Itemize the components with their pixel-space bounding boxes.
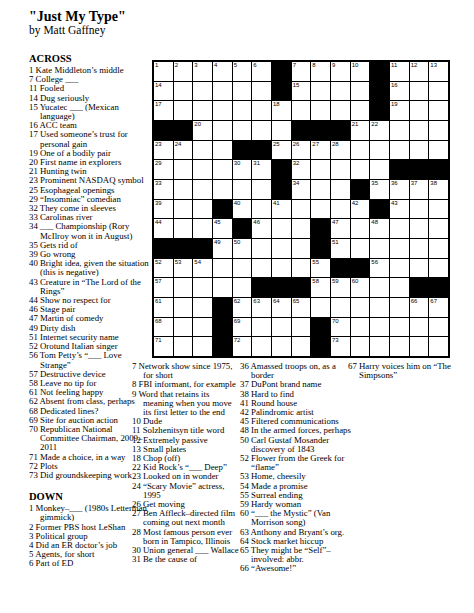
cell-number: 13 bbox=[430, 62, 437, 69]
clue-text: Did groundskeeping work bbox=[40, 470, 132, 480]
cell-r3c3[interactable] bbox=[193, 101, 212, 120]
cell-number: 24 bbox=[175, 141, 182, 148]
cell-r12c1[interactable]: 57 bbox=[154, 278, 173, 297]
cell-r8c3[interactable] bbox=[193, 200, 212, 219]
cell-number: 60 bbox=[352, 278, 359, 285]
cell-r2c4[interactable] bbox=[213, 82, 232, 101]
cell-r15c10[interactable]: 73 bbox=[331, 337, 350, 356]
down-clue-52: 52 Flower from the Greek for “flame” bbox=[240, 454, 353, 472]
cell-r7c4[interactable] bbox=[213, 180, 232, 199]
down-clue-50: 50 Carl Gustaf Mosander discovery of 184… bbox=[240, 436, 353, 454]
cell-r3c1[interactable]: 17 bbox=[154, 101, 173, 120]
cell-number: 9 bbox=[332, 62, 335, 69]
clue-text: They might be “Self”–involved: abbr. bbox=[251, 545, 331, 564]
clue-number: 24 bbox=[132, 481, 141, 491]
cell-r6c10[interactable] bbox=[331, 160, 350, 179]
black-cell-r5c6 bbox=[252, 141, 271, 160]
cell-number: 1 bbox=[155, 62, 158, 69]
cell-r8c13[interactable]: 43 bbox=[390, 200, 409, 219]
cell-r14c15[interactable] bbox=[429, 318, 448, 337]
cell-r7c6[interactable] bbox=[252, 180, 271, 199]
cell-r3c14[interactable] bbox=[410, 101, 429, 120]
clue-text: ___ Championship (Rory McIlroy won it in… bbox=[40, 221, 132, 240]
cell-r3c15[interactable] bbox=[429, 101, 448, 120]
cell-number: 67 bbox=[430, 298, 437, 305]
clue-text: Amassed troops on, as a border bbox=[251, 361, 336, 380]
cell-r1c9[interactable]: 8 bbox=[311, 62, 330, 81]
clue-text: Republican National Committee Chairman, … bbox=[40, 424, 142, 452]
cell-r10c7[interactable] bbox=[272, 239, 291, 258]
cell-r11c2[interactable]: 53 bbox=[174, 259, 193, 278]
clue-text: Yucatec ___ (Mexican language) bbox=[40, 102, 119, 121]
clue-number: 28 bbox=[132, 527, 141, 537]
cell-r12c9[interactable]: 58 bbox=[311, 278, 330, 297]
down-clue-9: 9 Word that retains its meaning when you… bbox=[132, 390, 239, 418]
clue-number: 36 bbox=[240, 361, 249, 371]
down-clue-27: 27 Ben Affleck–directed film coming out … bbox=[132, 509, 239, 527]
clue-text: Word that retains its meaning when you m… bbox=[138, 389, 231, 417]
down-clue-list-2: 7 Network show since 1975, for short8 FB… bbox=[132, 362, 239, 564]
cell-r14c10[interactable]: 70 bbox=[331, 318, 350, 337]
cell-r1c14[interactable]: 12 bbox=[410, 62, 429, 81]
clue-text: Used someone’s trust for personal gain bbox=[40, 129, 128, 148]
cell-r2c10[interactable] bbox=[331, 82, 350, 101]
cell-r3c10[interactable] bbox=[331, 101, 350, 120]
cell-r14c8[interactable] bbox=[292, 318, 311, 337]
across-clue-15: 15 Yucatec ___ (Mexican language) bbox=[29, 103, 150, 121]
black-cell-r4c2 bbox=[174, 121, 193, 140]
cell-number: 36 bbox=[391, 180, 398, 187]
down-clue-24: 24 “Scary Movie” actress, 1995 bbox=[132, 482, 239, 500]
cell-r13c7[interactable]: 64 bbox=[272, 298, 291, 317]
black-cell-r11c10 bbox=[331, 259, 350, 278]
cell-r14c5[interactable]: 69 bbox=[233, 318, 252, 337]
cell-r8c5[interactable]: 40 bbox=[233, 200, 252, 219]
cell-r13c9[interactable] bbox=[311, 298, 330, 317]
down-clue-list-4: 67 Harry voices him on “The Simpsons” bbox=[348, 362, 468, 380]
cell-r14c11[interactable] bbox=[351, 318, 370, 337]
cell-r10c14[interactable] bbox=[410, 239, 429, 258]
cell-r4c13[interactable] bbox=[390, 121, 409, 140]
cell-r13c12[interactable] bbox=[370, 298, 389, 317]
cell-r15c1[interactable]: 71 bbox=[154, 337, 173, 356]
black-cell-r8c4 bbox=[213, 200, 232, 219]
cell-r9c10[interactable]: 47 bbox=[331, 219, 350, 238]
black-cell-r13c4 bbox=[213, 298, 232, 317]
cell-r1c10[interactable]: 9 bbox=[331, 62, 350, 81]
cell-r11c8[interactable] bbox=[292, 259, 311, 278]
cell-number: 2 bbox=[175, 62, 178, 69]
cell-r11c9[interactable]: 55 bbox=[311, 259, 330, 278]
cell-r14c6[interactable] bbox=[252, 318, 271, 337]
cell-number: 8 bbox=[312, 62, 315, 69]
cell-r6c5[interactable]: 30 bbox=[233, 160, 252, 179]
cell-r13c13[interactable] bbox=[390, 298, 409, 317]
cell-r11c7[interactable] bbox=[272, 259, 291, 278]
cell-r2c2[interactable] bbox=[174, 82, 193, 101]
clue-text: “Scary Movie” actress, 1995 bbox=[143, 481, 224, 500]
cell-r12c12[interactable] bbox=[370, 278, 389, 297]
cell-r6c12[interactable] bbox=[370, 160, 389, 179]
down-clue-66: 66 “Awesome!” bbox=[240, 564, 353, 573]
cell-number: 41 bbox=[273, 200, 280, 207]
black-cell-r7c7 bbox=[272, 180, 291, 199]
cell-r8c1[interactable]: 39 bbox=[154, 200, 173, 219]
cell-number: 61 bbox=[155, 298, 162, 305]
cell-r11c15[interactable] bbox=[429, 259, 448, 278]
cell-r1c4[interactable]: 4 bbox=[213, 62, 232, 81]
cell-r6c2[interactable] bbox=[174, 160, 193, 179]
cell-number: 73 bbox=[332, 337, 339, 344]
cell-r6c6[interactable]: 31 bbox=[252, 160, 271, 179]
cell-r7c5[interactable] bbox=[233, 180, 252, 199]
cell-r1c2[interactable]: 2 bbox=[174, 62, 193, 81]
cell-r3c6[interactable] bbox=[252, 101, 271, 120]
cell-r13c10[interactable] bbox=[331, 298, 350, 317]
cell-r4c12[interactable]: 22 bbox=[370, 121, 389, 140]
cell-r11c5[interactable] bbox=[233, 259, 252, 278]
cell-r13c6[interactable]: 63 bbox=[252, 298, 271, 317]
cell-r10c12[interactable] bbox=[370, 239, 389, 258]
clue-number: 17 bbox=[29, 129, 38, 139]
cell-r3c9[interactable] bbox=[311, 101, 330, 120]
cell-number: 27 bbox=[312, 141, 319, 148]
cell-r6c3[interactable] bbox=[193, 160, 212, 179]
cell-r6c1[interactable]: 29 bbox=[154, 160, 173, 179]
cell-r14c2[interactable] bbox=[174, 318, 193, 337]
cell-r5c15[interactable] bbox=[429, 141, 448, 160]
cell-r12c3[interactable] bbox=[193, 278, 212, 297]
cell-r15c11[interactable] bbox=[351, 337, 370, 356]
cell-r15c6[interactable] bbox=[252, 337, 271, 356]
cell-r14c14[interactable] bbox=[410, 318, 429, 337]
clue-number: 56 bbox=[29, 350, 38, 360]
cell-r4c11[interactable]: 21 bbox=[351, 121, 370, 140]
cell-r7c9[interactable] bbox=[311, 180, 330, 199]
cell-r9c13[interactable] bbox=[390, 219, 409, 238]
cell-r2c1[interactable]: 14 bbox=[154, 82, 173, 101]
cell-r7c3[interactable] bbox=[193, 180, 212, 199]
cell-r8c14[interactable] bbox=[410, 200, 429, 219]
cell-r9c6[interactable]: 46 bbox=[252, 219, 271, 238]
cell-r13c8[interactable]: 65 bbox=[292, 298, 311, 317]
cell-r2c14[interactable] bbox=[410, 82, 429, 101]
cell-r12c2[interactable] bbox=[174, 278, 193, 297]
cell-r6c9[interactable] bbox=[311, 160, 330, 179]
cell-r7c2[interactable] bbox=[174, 180, 193, 199]
clue-number: 40 bbox=[29, 258, 38, 268]
cell-number: 59 bbox=[332, 278, 339, 285]
cell-number: 62 bbox=[234, 298, 241, 305]
cell-r8c2[interactable] bbox=[174, 200, 193, 219]
cell-number: 6 bbox=[253, 62, 256, 69]
cell-number: 29 bbox=[155, 160, 162, 167]
cell-r15c7[interactable] bbox=[272, 337, 291, 356]
cell-r5c4[interactable] bbox=[213, 141, 232, 160]
cell-r1c1[interactable]: 1 bbox=[154, 62, 173, 81]
cell-number: 51 bbox=[332, 239, 339, 246]
clue-number: 43 bbox=[29, 277, 38, 287]
cell-r1c6[interactable]: 6 bbox=[252, 62, 271, 81]
cell-r3c8[interactable] bbox=[292, 101, 311, 120]
clue-number: 31 bbox=[132, 554, 141, 564]
cell-r5c8[interactable]: 26 bbox=[292, 141, 311, 160]
cell-r9c14[interactable] bbox=[410, 219, 429, 238]
cell-r15c5[interactable]: 72 bbox=[233, 337, 252, 356]
cell-r7c13[interactable]: 36 bbox=[390, 180, 409, 199]
cell-r7c15[interactable]: 38 bbox=[429, 180, 448, 199]
black-cell-r12c6 bbox=[252, 278, 271, 297]
cell-number: 11 bbox=[391, 62, 397, 69]
cell-r5c13[interactable] bbox=[390, 141, 409, 160]
clue-text: “Awesome!” bbox=[251, 563, 296, 573]
clue-text: Tom Petty’s “___ Love Strange” bbox=[40, 350, 122, 369]
cell-number: 46 bbox=[253, 219, 260, 226]
cell-r11c4[interactable] bbox=[213, 259, 232, 278]
clue-column-2: 7 Network show since 1975, for short8 FB… bbox=[132, 362, 239, 564]
down-clue-67: 67 Harry voices him on “The Simpsons” bbox=[348, 362, 468, 380]
cell-r5c7[interactable]: 25 bbox=[272, 141, 291, 160]
cell-r2c15[interactable] bbox=[429, 82, 448, 101]
cell-r5c9[interactable]: 27 bbox=[311, 141, 330, 160]
black-cell-r10c2 bbox=[174, 239, 193, 258]
cell-number: 56 bbox=[371, 259, 378, 266]
cell-number: 14 bbox=[155, 82, 162, 89]
cell-r10c8[interactable] bbox=[292, 239, 311, 258]
cell-r3c4[interactable] bbox=[213, 101, 232, 120]
cell-r7c8[interactable]: 34 bbox=[292, 180, 311, 199]
cell-r14c7[interactable] bbox=[272, 318, 291, 337]
cell-r5c14[interactable] bbox=[410, 141, 429, 160]
cell-r10c13[interactable] bbox=[390, 239, 409, 258]
cell-number: 39 bbox=[155, 200, 162, 207]
cell-number: 25 bbox=[273, 141, 280, 148]
cell-r5c1[interactable]: 23 bbox=[154, 141, 173, 160]
cell-r10c15[interactable] bbox=[429, 239, 448, 258]
black-cell-r2c12 bbox=[370, 82, 389, 101]
black-cell-r5c5 bbox=[233, 141, 252, 160]
cell-r2c3[interactable] bbox=[193, 82, 212, 101]
cell-r3c13[interactable]: 19 bbox=[390, 101, 409, 120]
cell-r15c3[interactable] bbox=[193, 337, 212, 356]
cell-r1c8[interactable]: 7 bbox=[292, 62, 311, 81]
cell-r15c8[interactable] bbox=[292, 337, 311, 356]
cell-r3c11[interactable] bbox=[351, 101, 370, 120]
black-cell-r8c12 bbox=[370, 200, 389, 219]
cell-r4c7[interactable] bbox=[272, 121, 291, 140]
cell-r8c8[interactable] bbox=[292, 200, 311, 219]
cell-r9c2[interactable] bbox=[174, 219, 193, 238]
cell-number: 23 bbox=[155, 141, 162, 148]
clue-text: Flower from the Greek for “flame” bbox=[251, 453, 344, 472]
cell-number: 68 bbox=[155, 318, 162, 325]
cell-r7c1[interactable]: 33 bbox=[154, 180, 173, 199]
cell-number: 3 bbox=[194, 62, 197, 69]
cell-number: 71 bbox=[155, 337, 162, 344]
cell-number: 31 bbox=[253, 160, 260, 167]
cell-r2c11[interactable] bbox=[351, 82, 370, 101]
black-cell-r2c7 bbox=[272, 82, 291, 101]
cell-r12c13[interactable] bbox=[390, 278, 409, 297]
cell-r13c5[interactable]: 62 bbox=[233, 298, 252, 317]
cell-r13c3[interactable] bbox=[193, 298, 212, 317]
cell-r6c4[interactable] bbox=[213, 160, 232, 179]
cell-r15c2[interactable] bbox=[174, 337, 193, 356]
cell-r9c11[interactable] bbox=[351, 219, 370, 238]
cell-r14c12[interactable] bbox=[370, 318, 389, 337]
cell-r7c14[interactable]: 37 bbox=[410, 180, 429, 199]
cell-r9c15[interactable] bbox=[429, 219, 448, 238]
cell-r1c15[interactable]: 13 bbox=[429, 62, 448, 81]
cell-r13c11[interactable] bbox=[351, 298, 370, 317]
cell-r13c2[interactable] bbox=[174, 298, 193, 317]
cell-number: 35 bbox=[371, 180, 378, 187]
cell-r7c10[interactable] bbox=[331, 180, 350, 199]
black-cell-r7c11 bbox=[351, 180, 370, 199]
cell-r2c13[interactable]: 16 bbox=[390, 82, 409, 101]
cell-r11c3[interactable]: 54 bbox=[193, 259, 212, 278]
cell-number: 10 bbox=[352, 62, 359, 69]
cell-r8c9[interactable] bbox=[311, 200, 330, 219]
cell-r1c13[interactable]: 11 bbox=[390, 62, 409, 81]
cell-r9c4[interactable]: 45 bbox=[213, 219, 232, 238]
cell-r10c4[interactable]: 49 bbox=[213, 239, 232, 258]
cell-r2c9[interactable] bbox=[311, 82, 330, 101]
cell-r15c12[interactable] bbox=[370, 337, 389, 356]
cell-number: 20 bbox=[194, 121, 201, 128]
cell-r8c15[interactable] bbox=[429, 200, 448, 219]
black-cell-r12c7 bbox=[272, 278, 291, 297]
cell-r12c11[interactable]: 60 bbox=[351, 278, 370, 297]
cell-r5c10[interactable]: 28 bbox=[331, 141, 350, 160]
cell-r9c7[interactable] bbox=[272, 219, 291, 238]
cell-r3c5[interactable] bbox=[233, 101, 252, 120]
black-cell-r10c1 bbox=[154, 239, 173, 258]
cell-r2c6[interactable] bbox=[252, 82, 271, 101]
cell-r1c11[interactable]: 10 bbox=[351, 62, 370, 81]
clue-column-4: 67 Harry voices him on “The Simpsons” bbox=[348, 362, 468, 380]
cell-r8c6[interactable] bbox=[252, 200, 271, 219]
cell-r12c5[interactable] bbox=[233, 278, 252, 297]
cell-r6c8[interactable]: 32 bbox=[292, 160, 311, 179]
cell-r5c3[interactable] bbox=[193, 141, 212, 160]
black-cell-r14c9 bbox=[311, 318, 330, 337]
cell-r4c6[interactable] bbox=[252, 121, 271, 140]
cell-r11c14[interactable] bbox=[410, 259, 429, 278]
cell-r10c10[interactable]: 51 bbox=[331, 239, 350, 258]
cell-r12c10[interactable]: 59 bbox=[331, 278, 350, 297]
cell-r10c6[interactable] bbox=[252, 239, 271, 258]
black-cell-r6c15 bbox=[429, 160, 448, 179]
cell-r7c12[interactable]: 35 bbox=[370, 180, 389, 199]
cell-r3c2[interactable] bbox=[174, 101, 193, 120]
cell-r3c7[interactable]: 18 bbox=[272, 101, 291, 120]
black-cell-r4c10 bbox=[331, 121, 350, 140]
black-cell-r10c3 bbox=[193, 239, 212, 258]
cell-r14c13[interactable] bbox=[390, 318, 409, 337]
cell-r9c3[interactable] bbox=[193, 219, 212, 238]
cell-number: 65 bbox=[293, 298, 300, 305]
black-cell-r4c9 bbox=[311, 121, 330, 140]
cell-r2c5[interactable] bbox=[233, 82, 252, 101]
cell-number: 66 bbox=[411, 298, 418, 305]
cell-r5c2[interactable]: 24 bbox=[174, 141, 193, 160]
clue-column-3: 36 Amassed troops on, as a border37 DuPo… bbox=[240, 362, 353, 574]
cell-r4c14[interactable] bbox=[410, 121, 429, 140]
cell-number: 30 bbox=[234, 160, 241, 167]
cell-r11c12[interactable]: 56 bbox=[370, 259, 389, 278]
cell-r14c3[interactable] bbox=[193, 318, 212, 337]
clue-number: 1 bbox=[29, 503, 33, 513]
cell-number: 54 bbox=[194, 259, 201, 266]
clue-number: 50 bbox=[240, 435, 249, 445]
cell-r6c11[interactable] bbox=[351, 160, 370, 179]
cell-number: 57 bbox=[155, 278, 162, 285]
clue-number: 52 bbox=[240, 453, 249, 463]
cell-r2c8[interactable]: 15 bbox=[292, 82, 311, 101]
cell-r1c3[interactable]: 3 bbox=[193, 62, 212, 81]
cell-r12c4[interactable] bbox=[213, 278, 232, 297]
down-clue-36: 36 Amassed troops on, as a border bbox=[240, 362, 353, 380]
cell-r10c5[interactable]: 50 bbox=[233, 239, 252, 258]
cell-r9c8[interactable] bbox=[292, 219, 311, 238]
cell-r11c6[interactable] bbox=[252, 259, 271, 278]
black-cell-r6c13 bbox=[390, 160, 409, 179]
cell-r11c13[interactable] bbox=[390, 259, 409, 278]
cell-r14c1[interactable]: 68 bbox=[154, 318, 173, 337]
cell-r15c14[interactable] bbox=[410, 337, 429, 356]
cell-r13c1[interactable]: 61 bbox=[154, 298, 173, 317]
cell-r13c14[interactable]: 66 bbox=[410, 298, 429, 317]
cell-r1c5[interactable]: 5 bbox=[233, 62, 252, 81]
cell-number: 7 bbox=[293, 62, 296, 69]
clue-text: Ben Affleck–directed film coming out nex… bbox=[143, 508, 235, 527]
cell-r8c7[interactable]: 41 bbox=[272, 200, 291, 219]
cell-r15c13[interactable] bbox=[390, 337, 409, 356]
clue-text: “___ the Mystic” (Van Morrison song) bbox=[251, 508, 330, 527]
cell-number: 43 bbox=[391, 200, 398, 207]
across-clue-17: 17 Used someone’s trust for personal gai… bbox=[29, 130, 150, 148]
cell-r10c11[interactable] bbox=[351, 239, 370, 258]
cell-r9c12[interactable]: 48 bbox=[370, 219, 389, 238]
cell-r11c1[interactable]: 52 bbox=[154, 259, 173, 278]
cell-number: 12 bbox=[411, 62, 418, 69]
cell-r4c5[interactable] bbox=[233, 121, 252, 140]
down-clue-60: 60 “___ the Mystic” (Van Morrison song) bbox=[240, 509, 353, 527]
black-cell-r12c15 bbox=[429, 278, 448, 297]
clue-number: 66 bbox=[240, 563, 249, 573]
cell-number: 17 bbox=[155, 101, 162, 108]
cell-r13c15[interactable]: 67 bbox=[429, 298, 448, 317]
cell-number: 19 bbox=[391, 101, 398, 108]
cell-r8c10[interactable] bbox=[331, 200, 350, 219]
cell-r4c4[interactable] bbox=[213, 121, 232, 140]
down-clue-list-3: 36 Amassed troops on, as a border37 DuPo… bbox=[240, 362, 353, 574]
clue-number: 15 bbox=[29, 102, 38, 112]
cell-number: 52 bbox=[155, 259, 162, 266]
cell-number: 33 bbox=[155, 180, 162, 187]
cell-number: 28 bbox=[332, 141, 339, 148]
cell-r15c15[interactable] bbox=[429, 337, 448, 356]
cell-r4c15[interactable] bbox=[429, 121, 448, 140]
clue-text: Bright idea, given the situation (this i… bbox=[40, 258, 149, 277]
cell-r4c3[interactable]: 20 bbox=[193, 121, 212, 140]
down-clue-31: 31 Be the cause of bbox=[132, 555, 239, 564]
cell-r5c11[interactable] bbox=[351, 141, 370, 160]
cell-r5c12[interactable] bbox=[370, 141, 389, 160]
cell-r9c1[interactable]: 44 bbox=[154, 219, 173, 238]
cell-r8c11[interactable]: 42 bbox=[351, 200, 370, 219]
